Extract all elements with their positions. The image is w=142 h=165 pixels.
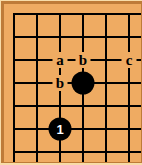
grid-cell <box>105 82 128 105</box>
black-stone <box>72 72 95 95</box>
stone-number: 1 <box>56 123 63 136</box>
board-grid: 1abcb <box>13 13 141 162</box>
grid-cell <box>128 13 141 36</box>
go-board: 1abcb <box>4 4 141 162</box>
grid-cell <box>13 13 36 36</box>
point-label-b: b <box>53 75 68 91</box>
grid-cell <box>36 151 59 162</box>
grid-cell <box>128 128 141 151</box>
grid-cell <box>128 82 141 105</box>
grid-cell <box>59 151 82 162</box>
grid-cell <box>13 151 36 162</box>
grid-cell <box>82 105 105 128</box>
grid-cell <box>13 36 36 59</box>
black-stone-numbered: 1 <box>49 118 72 141</box>
grid-cell <box>59 13 82 36</box>
grid-cell <box>36 13 59 36</box>
grid-cell <box>82 151 105 162</box>
grid-cell <box>13 59 36 82</box>
go-diagram: 1abcb <box>0 0 142 165</box>
point-label-a: a <box>53 52 68 68</box>
point-label-c: c <box>122 52 137 68</box>
grid-cell <box>128 105 141 128</box>
point-label-b: b <box>76 52 91 68</box>
grid-cell <box>105 151 128 162</box>
grid-cell <box>82 128 105 151</box>
grid-cell <box>82 13 105 36</box>
grid-cell <box>13 82 36 105</box>
grid-cell <box>105 105 128 128</box>
grid-cell <box>128 151 141 162</box>
grid-cell <box>13 128 36 151</box>
grid-cell <box>105 13 128 36</box>
grid-cell <box>13 105 36 128</box>
grid-cell <box>105 128 128 151</box>
